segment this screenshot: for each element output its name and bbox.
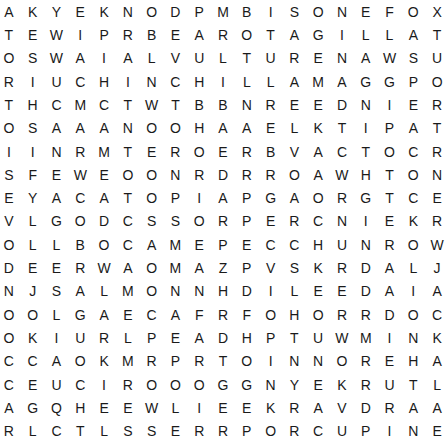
grid-cell[interactable]: E bbox=[378, 210, 402, 233]
grid-cell[interactable]: T bbox=[378, 187, 402, 210]
grid-cell[interactable]: H bbox=[282, 303, 306, 326]
grid-cell[interactable]: M bbox=[354, 326, 378, 349]
grid-cell[interactable]: G bbox=[211, 373, 235, 396]
grid-cell[interactable]: N bbox=[45, 140, 69, 163]
grid-cell[interactable]: A bbox=[401, 23, 425, 46]
grid-cell[interactable]: H bbox=[21, 93, 45, 116]
grid-cell[interactable]: N bbox=[0, 280, 21, 303]
grid-cell[interactable]: C bbox=[425, 303, 445, 326]
grid-cell[interactable]: I bbox=[187, 187, 211, 210]
grid-cell[interactable]: A bbox=[282, 187, 306, 210]
grid-cell[interactable]: G bbox=[68, 303, 92, 326]
grid-cell[interactable]: R bbox=[187, 420, 211, 443]
grid-cell[interactable]: E bbox=[378, 350, 402, 373]
grid-cell[interactable]: N bbox=[306, 350, 330, 373]
grid-cell[interactable]: E bbox=[211, 140, 235, 163]
grid-cell[interactable]: R bbox=[211, 210, 235, 233]
grid-cell[interactable]: C bbox=[68, 70, 92, 93]
grid-cell[interactable]: O bbox=[140, 163, 164, 186]
grid-cell[interactable]: R bbox=[211, 303, 235, 326]
grid-cell[interactable]: P bbox=[378, 117, 402, 140]
grid-cell[interactable]: O bbox=[306, 187, 330, 210]
grid-cell[interactable]: O bbox=[68, 210, 92, 233]
grid-cell[interactable]: R bbox=[68, 256, 92, 279]
grid-cell[interactable]: D bbox=[0, 256, 21, 279]
grid-cell[interactable]: N bbox=[164, 280, 188, 303]
grid-cell[interactable]: L bbox=[354, 23, 378, 46]
grid-cell[interactable]: M bbox=[116, 280, 140, 303]
grid-cell[interactable]: E bbox=[282, 93, 306, 116]
grid-cell[interactable]: I bbox=[92, 47, 116, 70]
grid-cell[interactable]: R bbox=[282, 420, 306, 443]
grid-cell[interactable]: A bbox=[68, 280, 92, 303]
grid-cell[interactable]: P bbox=[164, 350, 188, 373]
grid-cell[interactable]: L bbox=[282, 117, 306, 140]
grid-cell[interactable]: R bbox=[0, 420, 21, 443]
grid-cell[interactable]: N bbox=[401, 420, 425, 443]
grid-cell[interactable]: O bbox=[140, 187, 164, 210]
grid-cell[interactable]: A bbox=[306, 396, 330, 419]
grid-cell[interactable]: L bbox=[21, 233, 45, 256]
grid-cell[interactable]: P bbox=[259, 326, 283, 349]
grid-cell[interactable]: L bbox=[282, 280, 306, 303]
grid-cell[interactable]: T bbox=[401, 373, 425, 396]
grid-cell[interactable]: R bbox=[235, 163, 259, 186]
grid-cell[interactable]: O bbox=[235, 350, 259, 373]
grid-cell[interactable]: O bbox=[68, 350, 92, 373]
grid-cell[interactable]: A bbox=[378, 280, 402, 303]
grid-cell[interactable]: M bbox=[306, 70, 330, 93]
grid-cell[interactable]: I bbox=[92, 373, 116, 396]
grid-cell[interactable]: T bbox=[354, 140, 378, 163]
grid-cell[interactable]: A bbox=[68, 47, 92, 70]
grid-cell[interactable]: H bbox=[354, 163, 378, 186]
grid-cell[interactable]: C bbox=[306, 210, 330, 233]
grid-cell[interactable]: H bbox=[401, 350, 425, 373]
grid-cell[interactable]: L bbox=[21, 210, 45, 233]
grid-cell[interactable]: R bbox=[378, 233, 402, 256]
grid-cell[interactable]: A bbox=[0, 0, 21, 23]
grid-cell[interactable]: R bbox=[354, 303, 378, 326]
grid-cell[interactable]: O bbox=[140, 0, 164, 23]
grid-cell[interactable]: U bbox=[68, 326, 92, 349]
grid-cell[interactable]: L bbox=[401, 256, 425, 279]
grid-cell[interactable]: A bbox=[92, 187, 116, 210]
grid-cell[interactable]: T bbox=[116, 187, 140, 210]
grid-cell[interactable]: R bbox=[92, 326, 116, 349]
grid-cell[interactable]: F bbox=[21, 163, 45, 186]
grid-cell[interactable]: L bbox=[164, 396, 188, 419]
grid-cell[interactable]: K bbox=[306, 117, 330, 140]
grid-cell[interactable]: D bbox=[354, 396, 378, 419]
grid-cell[interactable]: I bbox=[259, 0, 283, 23]
grid-cell[interactable]: L bbox=[211, 47, 235, 70]
grid-cell[interactable]: R bbox=[425, 140, 445, 163]
grid-cell[interactable]: U bbox=[425, 47, 445, 70]
grid-cell[interactable]: S bbox=[282, 0, 306, 23]
grid-cell[interactable]: L bbox=[140, 47, 164, 70]
grid-cell[interactable]: K bbox=[21, 0, 45, 23]
grid-cell[interactable]: W bbox=[330, 163, 354, 186]
grid-cell[interactable]: H bbox=[211, 280, 235, 303]
grid-cell[interactable]: A bbox=[68, 117, 92, 140]
grid-cell[interactable]: I bbox=[401, 280, 425, 303]
grid-cell[interactable]: P bbox=[92, 23, 116, 46]
grid-cell[interactable]: E bbox=[21, 373, 45, 396]
grid-cell[interactable]: E bbox=[306, 93, 330, 116]
grid-cell[interactable]: A bbox=[140, 233, 164, 256]
grid-cell[interactable]: N bbox=[330, 210, 354, 233]
grid-cell[interactable]: L bbox=[259, 70, 283, 93]
grid-cell[interactable]: A bbox=[92, 117, 116, 140]
grid-cell[interactable]: H bbox=[235, 326, 259, 349]
grid-cell[interactable]: N bbox=[401, 326, 425, 349]
grid-cell[interactable]: B bbox=[235, 0, 259, 23]
grid-cell[interactable]: E bbox=[187, 233, 211, 256]
grid-cell[interactable]: R bbox=[282, 47, 306, 70]
grid-cell[interactable]: T bbox=[425, 23, 445, 46]
grid-cell[interactable]: I bbox=[259, 350, 283, 373]
grid-cell[interactable]: A bbox=[187, 256, 211, 279]
grid-cell[interactable]: N bbox=[282, 350, 306, 373]
grid-cell[interactable]: M bbox=[211, 0, 235, 23]
grid-cell[interactable]: T bbox=[235, 47, 259, 70]
grid-cell[interactable]: L bbox=[425, 373, 445, 396]
grid-cell[interactable]: A bbox=[92, 303, 116, 326]
grid-cell[interactable]: B bbox=[259, 140, 283, 163]
grid-cell[interactable]: A bbox=[282, 23, 306, 46]
grid-cell[interactable]: D bbox=[354, 256, 378, 279]
grid-cell[interactable]: M bbox=[68, 93, 92, 116]
grid-cell[interactable]: O bbox=[235, 23, 259, 46]
grid-cell[interactable]: O bbox=[0, 326, 21, 349]
grid-cell[interactable]: U bbox=[45, 373, 69, 396]
grid-cell[interactable]: A bbox=[425, 396, 445, 419]
grid-cell[interactable]: A bbox=[354, 47, 378, 70]
grid-cell[interactable]: K bbox=[92, 0, 116, 23]
grid-cell[interactable]: D bbox=[92, 210, 116, 233]
grid-cell[interactable]: N bbox=[164, 163, 188, 186]
grid-cell[interactable]: U bbox=[330, 233, 354, 256]
grid-cell[interactable]: E bbox=[164, 326, 188, 349]
grid-cell[interactable]: S bbox=[140, 210, 164, 233]
grid-cell[interactable]: U bbox=[45, 70, 69, 93]
grid-cell[interactable]: O bbox=[401, 303, 425, 326]
grid-cell[interactable]: A bbox=[187, 326, 211, 349]
grid-cell[interactable]: R bbox=[0, 70, 21, 93]
grid-cell[interactable]: I bbox=[211, 70, 235, 93]
grid-cell[interactable]: I bbox=[45, 326, 69, 349]
grid-cell[interactable]: E bbox=[164, 420, 188, 443]
grid-cell[interactable]: O bbox=[0, 47, 21, 70]
grid-cell[interactable]: A bbox=[401, 396, 425, 419]
grid-cell[interactable]: G bbox=[45, 210, 69, 233]
grid-cell[interactable]: Z bbox=[211, 256, 235, 279]
grid-cell[interactable]: O bbox=[92, 233, 116, 256]
grid-cell[interactable]: W bbox=[45, 47, 69, 70]
grid-cell[interactable]: R bbox=[140, 350, 164, 373]
grid-cell[interactable]: P bbox=[235, 420, 259, 443]
grid-cell[interactable]: I bbox=[116, 70, 140, 93]
grid-cell[interactable]: N bbox=[354, 93, 378, 116]
grid-cell[interactable]: A bbox=[45, 187, 69, 210]
grid-cell[interactable]: G bbox=[354, 70, 378, 93]
grid-cell[interactable]: R bbox=[330, 303, 354, 326]
grid-cell[interactable]: T bbox=[164, 93, 188, 116]
grid-cell[interactable]: E bbox=[425, 420, 445, 443]
grid-cell[interactable]: R bbox=[68, 140, 92, 163]
grid-cell[interactable]: K bbox=[330, 373, 354, 396]
grid-cell[interactable]: Y bbox=[45, 0, 69, 23]
grid-cell[interactable]: N bbox=[116, 117, 140, 140]
grid-cell[interactable]: P bbox=[235, 210, 259, 233]
grid-cell[interactable]: V bbox=[330, 396, 354, 419]
grid-cell[interactable]: O bbox=[187, 140, 211, 163]
grid-cell[interactable]: N bbox=[140, 70, 164, 93]
grid-cell[interactable]: R bbox=[187, 350, 211, 373]
grid-cell[interactable]: H bbox=[187, 70, 211, 93]
grid-cell[interactable]: W bbox=[378, 47, 402, 70]
grid-cell[interactable]: D bbox=[211, 163, 235, 186]
grid-cell[interactable]: T bbox=[282, 326, 306, 349]
grid-cell[interactable]: E bbox=[211, 396, 235, 419]
grid-cell[interactable]: U bbox=[378, 373, 402, 396]
grid-cell[interactable]: O bbox=[259, 420, 283, 443]
grid-cell[interactable]: L bbox=[116, 326, 140, 349]
grid-cell[interactable]: O bbox=[401, 163, 425, 186]
grid-cell[interactable]: D bbox=[211, 326, 235, 349]
grid-cell[interactable]: V bbox=[259, 256, 283, 279]
grid-cell[interactable]: C bbox=[21, 350, 45, 373]
grid-cell[interactable]: T bbox=[0, 93, 21, 116]
grid-cell[interactable]: Y bbox=[282, 373, 306, 396]
grid-cell[interactable]: S bbox=[21, 47, 45, 70]
grid-cell[interactable]: T bbox=[378, 163, 402, 186]
grid-cell[interactable]: E bbox=[0, 187, 21, 210]
grid-cell[interactable]: P bbox=[187, 0, 211, 23]
grid-cell[interactable]: O bbox=[401, 233, 425, 256]
grid-cell[interactable]: E bbox=[68, 0, 92, 23]
grid-cell[interactable]: V bbox=[282, 140, 306, 163]
grid-cell[interactable]: A bbox=[330, 70, 354, 93]
grid-cell[interactable]: M bbox=[92, 140, 116, 163]
grid-cell[interactable]: P bbox=[235, 256, 259, 279]
grid-cell[interactable]: P bbox=[211, 233, 235, 256]
grid-cell[interactable]: M bbox=[164, 233, 188, 256]
grid-cell[interactable]: S bbox=[164, 210, 188, 233]
grid-cell[interactable]: R bbox=[330, 256, 354, 279]
grid-cell[interactable]: A bbox=[425, 280, 445, 303]
grid-cell[interactable]: A bbox=[164, 303, 188, 326]
grid-cell[interactable]: G bbox=[378, 70, 402, 93]
grid-cell[interactable]: T bbox=[425, 117, 445, 140]
grid-cell[interactable]: O bbox=[140, 117, 164, 140]
grid-cell[interactable]: T bbox=[68, 420, 92, 443]
grid-cell[interactable]: H bbox=[92, 70, 116, 93]
grid-cell[interactable]: C bbox=[45, 420, 69, 443]
grid-cell[interactable]: R bbox=[378, 396, 402, 419]
grid-cell[interactable]: N bbox=[425, 163, 445, 186]
grid-cell[interactable]: S bbox=[21, 117, 45, 140]
grid-cell[interactable]: L bbox=[45, 233, 69, 256]
grid-cell[interactable]: A bbox=[282, 70, 306, 93]
grid-cell[interactable]: G bbox=[21, 396, 45, 419]
grid-cell[interactable]: E bbox=[116, 396, 140, 419]
grid-cell[interactable]: V bbox=[164, 47, 188, 70]
grid-cell[interactable]: C bbox=[401, 140, 425, 163]
grid-cell[interactable]: E bbox=[259, 117, 283, 140]
grid-cell[interactable]: G bbox=[306, 23, 330, 46]
grid-cell[interactable]: N bbox=[354, 233, 378, 256]
grid-cell[interactable]: R bbox=[116, 373, 140, 396]
grid-cell[interactable]: R bbox=[259, 93, 283, 116]
grid-cell[interactable]: I bbox=[378, 420, 402, 443]
grid-cell[interactable]: I bbox=[21, 140, 45, 163]
grid-cell[interactable]: S bbox=[282, 256, 306, 279]
grid-cell[interactable]: R bbox=[425, 93, 445, 116]
grid-cell[interactable]: E bbox=[92, 396, 116, 419]
grid-cell[interactable]: U bbox=[306, 326, 330, 349]
grid-cell[interactable]: B bbox=[211, 93, 235, 116]
grid-cell[interactable]: R bbox=[282, 396, 306, 419]
grid-cell[interactable]: E bbox=[92, 163, 116, 186]
grid-cell[interactable]: W bbox=[140, 396, 164, 419]
grid-cell[interactable]: L bbox=[21, 420, 45, 443]
grid-cell[interactable]: C bbox=[68, 187, 92, 210]
grid-cell[interactable]: R bbox=[282, 210, 306, 233]
grid-cell[interactable]: E bbox=[235, 396, 259, 419]
grid-cell[interactable]: A bbox=[116, 47, 140, 70]
grid-cell[interactable]: A bbox=[378, 256, 402, 279]
grid-cell[interactable]: P bbox=[354, 420, 378, 443]
grid-cell[interactable]: E bbox=[306, 373, 330, 396]
grid-cell[interactable]: I bbox=[354, 117, 378, 140]
grid-cell[interactable]: C bbox=[116, 233, 140, 256]
grid-cell[interactable]: E bbox=[330, 280, 354, 303]
grid-cell[interactable]: V bbox=[0, 210, 21, 233]
grid-cell[interactable]: N bbox=[116, 0, 140, 23]
grid-cell[interactable]: H bbox=[187, 117, 211, 140]
grid-cell[interactable]: S bbox=[401, 47, 425, 70]
grid-cell[interactable]: L bbox=[92, 420, 116, 443]
grid-cell[interactable]: D bbox=[378, 303, 402, 326]
grid-cell[interactable]: A bbox=[116, 256, 140, 279]
grid-cell[interactable]: C bbox=[330, 140, 354, 163]
grid-cell[interactable]: E bbox=[259, 210, 283, 233]
grid-cell[interactable]: I bbox=[259, 280, 283, 303]
grid-cell[interactable]: U bbox=[187, 47, 211, 70]
grid-cell[interactable]: E bbox=[306, 280, 330, 303]
grid-cell[interactable]: A bbox=[0, 396, 21, 419]
grid-cell[interactable]: R bbox=[211, 23, 235, 46]
grid-cell[interactable]: N bbox=[187, 280, 211, 303]
grid-cell[interactable]: D bbox=[330, 93, 354, 116]
grid-cell[interactable]: O bbox=[140, 280, 164, 303]
grid-cell[interactable]: C bbox=[68, 373, 92, 396]
grid-cell[interactable]: C bbox=[164, 70, 188, 93]
grid-cell[interactable]: C bbox=[116, 210, 140, 233]
grid-cell[interactable]: P bbox=[140, 326, 164, 349]
grid-cell[interactable]: R bbox=[211, 420, 235, 443]
grid-cell[interactable]: K bbox=[425, 326, 445, 349]
grid-cell[interactable]: P bbox=[235, 187, 259, 210]
grid-cell[interactable]: J bbox=[21, 280, 45, 303]
grid-cell[interactable]: O bbox=[330, 350, 354, 373]
grid-cell[interactable]: T bbox=[330, 117, 354, 140]
grid-cell[interactable]: I bbox=[354, 210, 378, 233]
grid-cell[interactable]: F bbox=[187, 303, 211, 326]
grid-cell[interactable]: L bbox=[378, 23, 402, 46]
grid-cell[interactable]: N bbox=[235, 93, 259, 116]
grid-cell[interactable]: K bbox=[401, 210, 425, 233]
grid-cell[interactable]: O bbox=[164, 373, 188, 396]
grid-cell[interactable]: R bbox=[164, 140, 188, 163]
grid-cell[interactable]: R bbox=[425, 210, 445, 233]
grid-cell[interactable]: C bbox=[259, 233, 283, 256]
grid-cell[interactable]: S bbox=[45, 280, 69, 303]
grid-cell[interactable]: A bbox=[45, 350, 69, 373]
grid-cell[interactable]: O bbox=[140, 373, 164, 396]
grid-cell[interactable]: C bbox=[306, 420, 330, 443]
grid-cell[interactable]: W bbox=[425, 233, 445, 256]
grid-cell[interactable]: O bbox=[425, 70, 445, 93]
grid-cell[interactable]: C bbox=[282, 233, 306, 256]
grid-cell[interactable]: C bbox=[140, 303, 164, 326]
grid-cell[interactable]: A bbox=[211, 117, 235, 140]
grid-cell[interactable]: L bbox=[92, 280, 116, 303]
grid-cell[interactable]: O bbox=[187, 210, 211, 233]
grid-cell[interactable]: M bbox=[116, 350, 140, 373]
grid-cell[interactable]: I bbox=[378, 93, 402, 116]
grid-cell[interactable]: E bbox=[140, 140, 164, 163]
grid-cell[interactable]: R bbox=[330, 187, 354, 210]
grid-cell[interactable]: E bbox=[21, 256, 45, 279]
grid-cell[interactable]: A bbox=[187, 23, 211, 46]
grid-cell[interactable]: J bbox=[425, 256, 445, 279]
grid-cell[interactable]: O bbox=[0, 303, 21, 326]
grid-cell[interactable]: E bbox=[45, 256, 69, 279]
grid-cell[interactable]: C bbox=[0, 350, 21, 373]
grid-cell[interactable]: A bbox=[235, 117, 259, 140]
grid-cell[interactable]: O bbox=[282, 163, 306, 186]
grid-cell[interactable]: T bbox=[116, 93, 140, 116]
grid-cell[interactable]: E bbox=[164, 23, 188, 46]
grid-cell[interactable]: I bbox=[21, 70, 45, 93]
grid-cell[interactable]: D bbox=[354, 280, 378, 303]
grid-cell[interactable]: E bbox=[45, 163, 69, 186]
grid-cell[interactable]: R bbox=[354, 350, 378, 373]
grid-cell[interactable]: B bbox=[140, 23, 164, 46]
grid-cell[interactable]: N bbox=[330, 0, 354, 23]
grid-cell[interactable]: T bbox=[211, 350, 235, 373]
grid-cell[interactable]: O bbox=[259, 303, 283, 326]
grid-cell[interactable]: K bbox=[21, 326, 45, 349]
grid-cell[interactable]: W bbox=[92, 256, 116, 279]
grid-cell[interactable]: K bbox=[259, 396, 283, 419]
grid-cell[interactable]: H bbox=[68, 396, 92, 419]
grid-cell[interactable]: F bbox=[378, 0, 402, 23]
grid-cell[interactable]: E bbox=[21, 23, 45, 46]
grid-cell[interactable]: R bbox=[259, 163, 283, 186]
grid-cell[interactable]: O bbox=[0, 117, 21, 140]
grid-cell[interactable]: I bbox=[187, 396, 211, 419]
grid-cell[interactable]: C bbox=[0, 373, 21, 396]
grid-cell[interactable]: G bbox=[354, 187, 378, 210]
grid-cell[interactable]: P bbox=[164, 187, 188, 210]
grid-cell[interactable]: E bbox=[425, 187, 445, 210]
grid-cell[interactable]: U bbox=[330, 420, 354, 443]
grid-cell[interactable]: I bbox=[0, 140, 21, 163]
